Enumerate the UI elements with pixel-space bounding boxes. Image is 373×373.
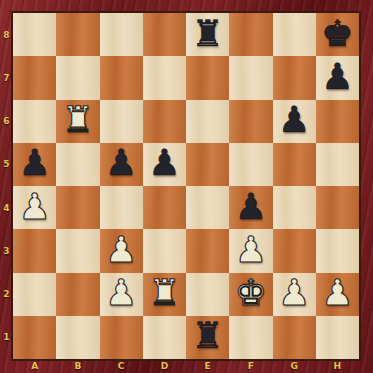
square-h6[interactable] — [316, 100, 359, 143]
square-c3[interactable]: ♟ — [100, 229, 143, 272]
square-e4[interactable] — [186, 186, 229, 229]
piece-white-rook[interactable]: ♜ — [62, 102, 94, 138]
square-g8[interactable] — [273, 13, 316, 56]
chess-board: ♜♚♟♜♟♟♟♟♟♟♟♟♟♜♚♟♟♜ — [11, 11, 361, 361]
square-a6[interactable] — [13, 100, 56, 143]
piece-black-pawn[interactable]: ♟ — [235, 189, 267, 225]
square-f5[interactable] — [229, 143, 272, 186]
square-h1[interactable] — [316, 316, 359, 359]
square-b7[interactable] — [56, 56, 99, 99]
square-g2[interactable]: ♟ — [273, 273, 316, 316]
square-b3[interactable] — [56, 229, 99, 272]
piece-white-pawn[interactable]: ♟ — [105, 232, 137, 268]
piece-white-king[interactable]: ♚ — [235, 275, 267, 311]
file-label-a: A — [13, 359, 56, 373]
square-f6[interactable] — [229, 100, 272, 143]
square-e6[interactable] — [186, 100, 229, 143]
square-h2[interactable]: ♟ — [316, 273, 359, 316]
file-label-h: H — [316, 359, 359, 373]
square-f2[interactable]: ♚ — [229, 273, 272, 316]
square-e3[interactable] — [186, 229, 229, 272]
square-b5[interactable] — [56, 143, 99, 186]
square-c2[interactable]: ♟ — [100, 273, 143, 316]
file-labels: ABCDEFGH — [13, 359, 359, 373]
piece-white-pawn[interactable]: ♟ — [278, 275, 310, 311]
square-a4[interactable]: ♟ — [13, 186, 56, 229]
piece-white-pawn[interactable]: ♟ — [321, 275, 353, 311]
square-c5[interactable]: ♟ — [100, 143, 143, 186]
square-e7[interactable] — [186, 56, 229, 99]
square-b2[interactable] — [56, 273, 99, 316]
square-e2[interactable] — [186, 273, 229, 316]
square-a7[interactable] — [13, 56, 56, 99]
square-c1[interactable] — [100, 316, 143, 359]
chess-board-frame: 87654321 ABCDEFGH ♜♚♟♜♟♟♟♟♟♟♟♟♟♜♚♟♟♜ — [0, 0, 373, 373]
square-b1[interactable] — [56, 316, 99, 359]
square-h4[interactable] — [316, 186, 359, 229]
piece-black-rook[interactable]: ♜ — [191, 318, 223, 354]
piece-black-king[interactable]: ♚ — [321, 16, 353, 52]
square-b6[interactable]: ♜ — [56, 100, 99, 143]
square-d1[interactable] — [143, 316, 186, 359]
square-g7[interactable] — [273, 56, 316, 99]
square-d7[interactable] — [143, 56, 186, 99]
square-h5[interactable] — [316, 143, 359, 186]
piece-black-pawn[interactable]: ♟ — [148, 145, 180, 181]
piece-black-pawn[interactable]: ♟ — [18, 145, 50, 181]
square-f4[interactable]: ♟ — [229, 186, 272, 229]
square-e5[interactable] — [186, 143, 229, 186]
square-d6[interactable] — [143, 100, 186, 143]
square-b8[interactable] — [56, 13, 99, 56]
piece-white-pawn[interactable]: ♟ — [18, 189, 50, 225]
square-a3[interactable] — [13, 229, 56, 272]
file-label-f: F — [229, 359, 272, 373]
square-a8[interactable] — [13, 13, 56, 56]
square-c8[interactable] — [100, 13, 143, 56]
square-c4[interactable] — [100, 186, 143, 229]
square-g3[interactable] — [273, 229, 316, 272]
square-d8[interactable] — [143, 13, 186, 56]
square-a5[interactable]: ♟ — [13, 143, 56, 186]
piece-black-rook[interactable]: ♜ — [191, 16, 223, 52]
piece-black-pawn[interactable]: ♟ — [321, 59, 353, 95]
file-label-c: C — [100, 359, 143, 373]
square-g5[interactable] — [273, 143, 316, 186]
square-c7[interactable] — [100, 56, 143, 99]
square-b4[interactable] — [56, 186, 99, 229]
square-f1[interactable] — [229, 316, 272, 359]
square-f3[interactable]: ♟ — [229, 229, 272, 272]
square-f7[interactable] — [229, 56, 272, 99]
file-label-e: E — [186, 359, 229, 373]
square-d3[interactable] — [143, 229, 186, 272]
square-e1[interactable]: ♜ — [186, 316, 229, 359]
square-h8[interactable]: ♚ — [316, 13, 359, 56]
square-f8[interactable] — [229, 13, 272, 56]
file-label-b: B — [56, 359, 99, 373]
square-h7[interactable]: ♟ — [316, 56, 359, 99]
square-d5[interactable]: ♟ — [143, 143, 186, 186]
piece-black-pawn[interactable]: ♟ — [278, 102, 310, 138]
file-label-d: D — [143, 359, 186, 373]
square-c6[interactable] — [100, 100, 143, 143]
square-a2[interactable] — [13, 273, 56, 316]
square-d2[interactable]: ♜ — [143, 273, 186, 316]
square-g4[interactable] — [273, 186, 316, 229]
piece-white-pawn[interactable]: ♟ — [235, 232, 267, 268]
square-e8[interactable]: ♜ — [186, 13, 229, 56]
piece-black-pawn[interactable]: ♟ — [105, 145, 137, 181]
file-label-g: G — [273, 359, 316, 373]
square-d4[interactable] — [143, 186, 186, 229]
square-g1[interactable] — [273, 316, 316, 359]
piece-white-pawn[interactable]: ♟ — [105, 275, 137, 311]
square-a1[interactable] — [13, 316, 56, 359]
square-h3[interactable] — [316, 229, 359, 272]
piece-white-rook[interactable]: ♜ — [148, 275, 180, 311]
square-g6[interactable]: ♟ — [273, 100, 316, 143]
